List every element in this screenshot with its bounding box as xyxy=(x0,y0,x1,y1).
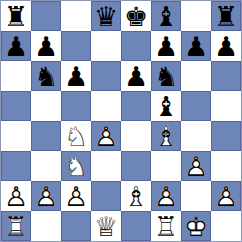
square-c5[interactable] xyxy=(61,91,91,121)
piece-glyph: ♟ xyxy=(181,31,211,61)
piece-glyph: ♝ xyxy=(151,1,181,31)
square-a3[interactable] xyxy=(1,151,31,181)
square-d4[interactable]: ♟♙ xyxy=(91,121,121,151)
square-f5[interactable]: ♝ xyxy=(151,91,181,121)
square-c8[interactable] xyxy=(61,1,91,31)
square-d7[interactable] xyxy=(91,31,121,61)
square-f3[interactable] xyxy=(151,151,181,181)
piece-black-pawn[interactable]: ♟ xyxy=(31,31,61,61)
piece-white-pawn[interactable]: ♟♙ xyxy=(1,181,31,211)
square-f2[interactable]: ♟♙ xyxy=(151,181,181,211)
square-a4[interactable] xyxy=(1,121,31,151)
square-f8[interactable]: ♝ xyxy=(151,1,181,31)
square-d3[interactable] xyxy=(91,151,121,181)
piece-white-pawn[interactable]: ♟♙ xyxy=(61,181,91,211)
square-h5[interactable] xyxy=(211,91,241,121)
piece-outline-glyph: ♖ xyxy=(151,211,181,241)
piece-black-rook[interactable]: ♜ xyxy=(1,1,31,31)
square-e3[interactable] xyxy=(121,151,151,181)
piece-black-queen[interactable]: ♛ xyxy=(91,1,121,31)
piece-glyph: ♟ xyxy=(121,61,151,91)
piece-glyph: ♟ xyxy=(61,61,91,91)
piece-fill-glyph: ♟ xyxy=(31,181,61,211)
piece-black-knight[interactable]: ♞ xyxy=(31,61,61,91)
square-b5[interactable] xyxy=(31,91,61,121)
piece-outline-glyph: ♖ xyxy=(1,211,31,241)
piece-black-pawn[interactable]: ♟ xyxy=(121,61,151,91)
piece-glyph: ♞ xyxy=(151,61,181,91)
piece-white-pawn[interactable]: ♟♙ xyxy=(91,121,121,151)
square-g1[interactable]: ♚♔ xyxy=(181,211,211,241)
square-h4[interactable] xyxy=(211,121,241,151)
piece-fill-glyph: ♟ xyxy=(211,181,241,211)
piece-outline-glyph: ♕ xyxy=(91,211,121,241)
piece-fill-glyph: ♜ xyxy=(151,211,181,241)
square-b6[interactable]: ♞ xyxy=(31,61,61,91)
square-b8[interactable] xyxy=(31,1,61,31)
square-a5[interactable] xyxy=(1,91,31,121)
square-h1[interactable] xyxy=(211,211,241,241)
square-b4[interactable] xyxy=(31,121,61,151)
piece-fill-glyph: ♝ xyxy=(121,181,151,211)
square-g5[interactable] xyxy=(181,91,211,121)
square-g2[interactable] xyxy=(181,181,211,211)
square-e5[interactable] xyxy=(121,91,151,121)
square-g3[interactable]: ♟♙ xyxy=(181,151,211,181)
piece-glyph: ♜ xyxy=(1,1,31,31)
square-b3[interactable] xyxy=(31,151,61,181)
piece-white-king[interactable]: ♚♔ xyxy=(181,211,211,241)
square-b1[interactable] xyxy=(31,211,61,241)
piece-fill-glyph: ♜ xyxy=(1,211,31,241)
piece-white-pawn[interactable]: ♟♙ xyxy=(31,181,61,211)
piece-black-pawn[interactable]: ♟ xyxy=(211,31,241,61)
square-d8[interactable]: ♛ xyxy=(91,1,121,31)
piece-white-pawn[interactable]: ♟♙ xyxy=(211,181,241,211)
piece-outline-glyph: ♙ xyxy=(91,121,121,151)
piece-outline-glyph: ♔ xyxy=(181,211,211,241)
square-g4[interactable] xyxy=(181,121,211,151)
square-d1[interactable]: ♛♕ xyxy=(91,211,121,241)
piece-white-rook[interactable]: ♜♖ xyxy=(1,211,31,241)
piece-black-pawn[interactable]: ♟ xyxy=(181,31,211,61)
piece-glyph: ♜ xyxy=(211,1,241,31)
square-h7[interactable]: ♟ xyxy=(211,31,241,61)
square-b7[interactable]: ♟ xyxy=(31,31,61,61)
piece-white-pawn[interactable]: ♟♙ xyxy=(181,151,211,181)
square-c2[interactable]: ♟♙ xyxy=(61,181,91,211)
piece-outline-glyph: ♘ xyxy=(61,151,91,181)
square-a7[interactable]: ♟ xyxy=(1,31,31,61)
piece-outline-glyph: ♙ xyxy=(151,181,181,211)
piece-glyph: ♛ xyxy=(91,1,121,31)
square-e7[interactable] xyxy=(121,31,151,61)
square-d5[interactable] xyxy=(91,91,121,121)
piece-fill-glyph: ♟ xyxy=(181,151,211,181)
square-g7[interactable]: ♟ xyxy=(181,31,211,61)
piece-fill-glyph: ♟ xyxy=(1,181,31,211)
square-c3[interactable]: ♞♘ xyxy=(61,151,91,181)
square-f7[interactable]: ♟ xyxy=(151,31,181,61)
square-f1[interactable]: ♜♖ xyxy=(151,211,181,241)
piece-black-knight[interactable]: ♞ xyxy=(151,61,181,91)
piece-outline-glyph: ♙ xyxy=(211,181,241,211)
piece-outline-glyph: ♙ xyxy=(31,181,61,211)
piece-fill-glyph: ♚ xyxy=(181,211,211,241)
piece-fill-glyph: ♞ xyxy=(61,121,91,151)
piece-fill-glyph: ♟ xyxy=(61,181,91,211)
square-h3[interactable] xyxy=(211,151,241,181)
square-g6[interactable] xyxy=(181,61,211,91)
square-e4[interactable] xyxy=(121,121,151,151)
square-e6[interactable]: ♟ xyxy=(121,61,151,91)
square-h8[interactable]: ♜ xyxy=(211,1,241,31)
piece-outline-glyph: ♙ xyxy=(61,181,91,211)
square-c4[interactable]: ♞♘ xyxy=(61,121,91,151)
piece-black-bishop[interactable]: ♝ xyxy=(151,1,181,31)
piece-glyph: ♟ xyxy=(31,31,61,61)
piece-fill-glyph: ♞ xyxy=(61,151,91,181)
piece-white-rook[interactable]: ♜♖ xyxy=(151,211,181,241)
piece-outline-glyph: ♗ xyxy=(121,181,151,211)
square-c7[interactable] xyxy=(61,31,91,61)
square-a1[interactable]: ♜♖ xyxy=(1,211,31,241)
piece-black-bishop[interactable]: ♝ xyxy=(151,91,181,121)
piece-fill-glyph: ♟ xyxy=(151,181,181,211)
square-f6[interactable]: ♞ xyxy=(151,61,181,91)
piece-white-bishop[interactable]: ♝♗ xyxy=(121,181,151,211)
piece-white-queen[interactable]: ♛♕ xyxy=(91,211,121,241)
square-c1[interactable] xyxy=(61,211,91,241)
square-c6[interactable]: ♟ xyxy=(61,61,91,91)
piece-black-pawn[interactable]: ♟ xyxy=(1,31,31,61)
piece-white-bishop[interactable]: ♝♗ xyxy=(151,121,181,151)
square-a8[interactable]: ♜ xyxy=(1,1,31,31)
piece-outline-glyph: ♘ xyxy=(61,121,91,151)
piece-outline-glyph: ♙ xyxy=(181,151,211,181)
piece-fill-glyph: ♛ xyxy=(91,211,121,241)
square-b2[interactable]: ♟♙ xyxy=(31,181,61,211)
piece-glyph: ♟ xyxy=(1,31,31,61)
square-h6[interactable] xyxy=(211,61,241,91)
square-a2[interactable]: ♟♙ xyxy=(1,181,31,211)
square-f4[interactable]: ♝♗ xyxy=(151,121,181,151)
piece-glyph: ♞ xyxy=(31,61,61,91)
piece-glyph: ♝ xyxy=(151,91,181,121)
piece-white-knight[interactable]: ♞♘ xyxy=(61,151,91,181)
piece-black-king[interactable]: ♚ xyxy=(121,1,151,31)
piece-outline-glyph: ♙ xyxy=(1,181,31,211)
piece-white-knight[interactable]: ♞♘ xyxy=(61,121,91,151)
piece-outline-glyph: ♗ xyxy=(151,121,181,151)
square-d6[interactable] xyxy=(91,61,121,91)
square-h2[interactable]: ♟♙ xyxy=(211,181,241,211)
square-e2[interactable]: ♝♗ xyxy=(121,181,151,211)
square-e1[interactable] xyxy=(121,211,151,241)
piece-glyph: ♟ xyxy=(211,31,241,61)
piece-glyph: ♚ xyxy=(121,1,151,31)
piece-white-pawn[interactable]: ♟♙ xyxy=(151,181,181,211)
piece-black-rook[interactable]: ♜ xyxy=(211,1,241,31)
square-e8[interactable]: ♚ xyxy=(121,1,151,31)
square-d2[interactable] xyxy=(91,181,121,211)
square-g8[interactable] xyxy=(181,1,211,31)
piece-fill-glyph: ♟ xyxy=(91,121,121,151)
piece-black-pawn[interactable]: ♟ xyxy=(151,31,181,61)
piece-black-pawn[interactable]: ♟ xyxy=(61,61,91,91)
piece-fill-glyph: ♝ xyxy=(151,121,181,151)
chess-board: ♜♛♚♝♜♟♟♟♟♟♞♟♟♞♝♞♘♟♙♝♗♞♘♟♙♟♙♟♙♟♙♝♗♟♙♟♙♜♖♛… xyxy=(0,0,242,242)
square-a6[interactable] xyxy=(1,61,31,91)
piece-glyph: ♟ xyxy=(151,31,181,61)
